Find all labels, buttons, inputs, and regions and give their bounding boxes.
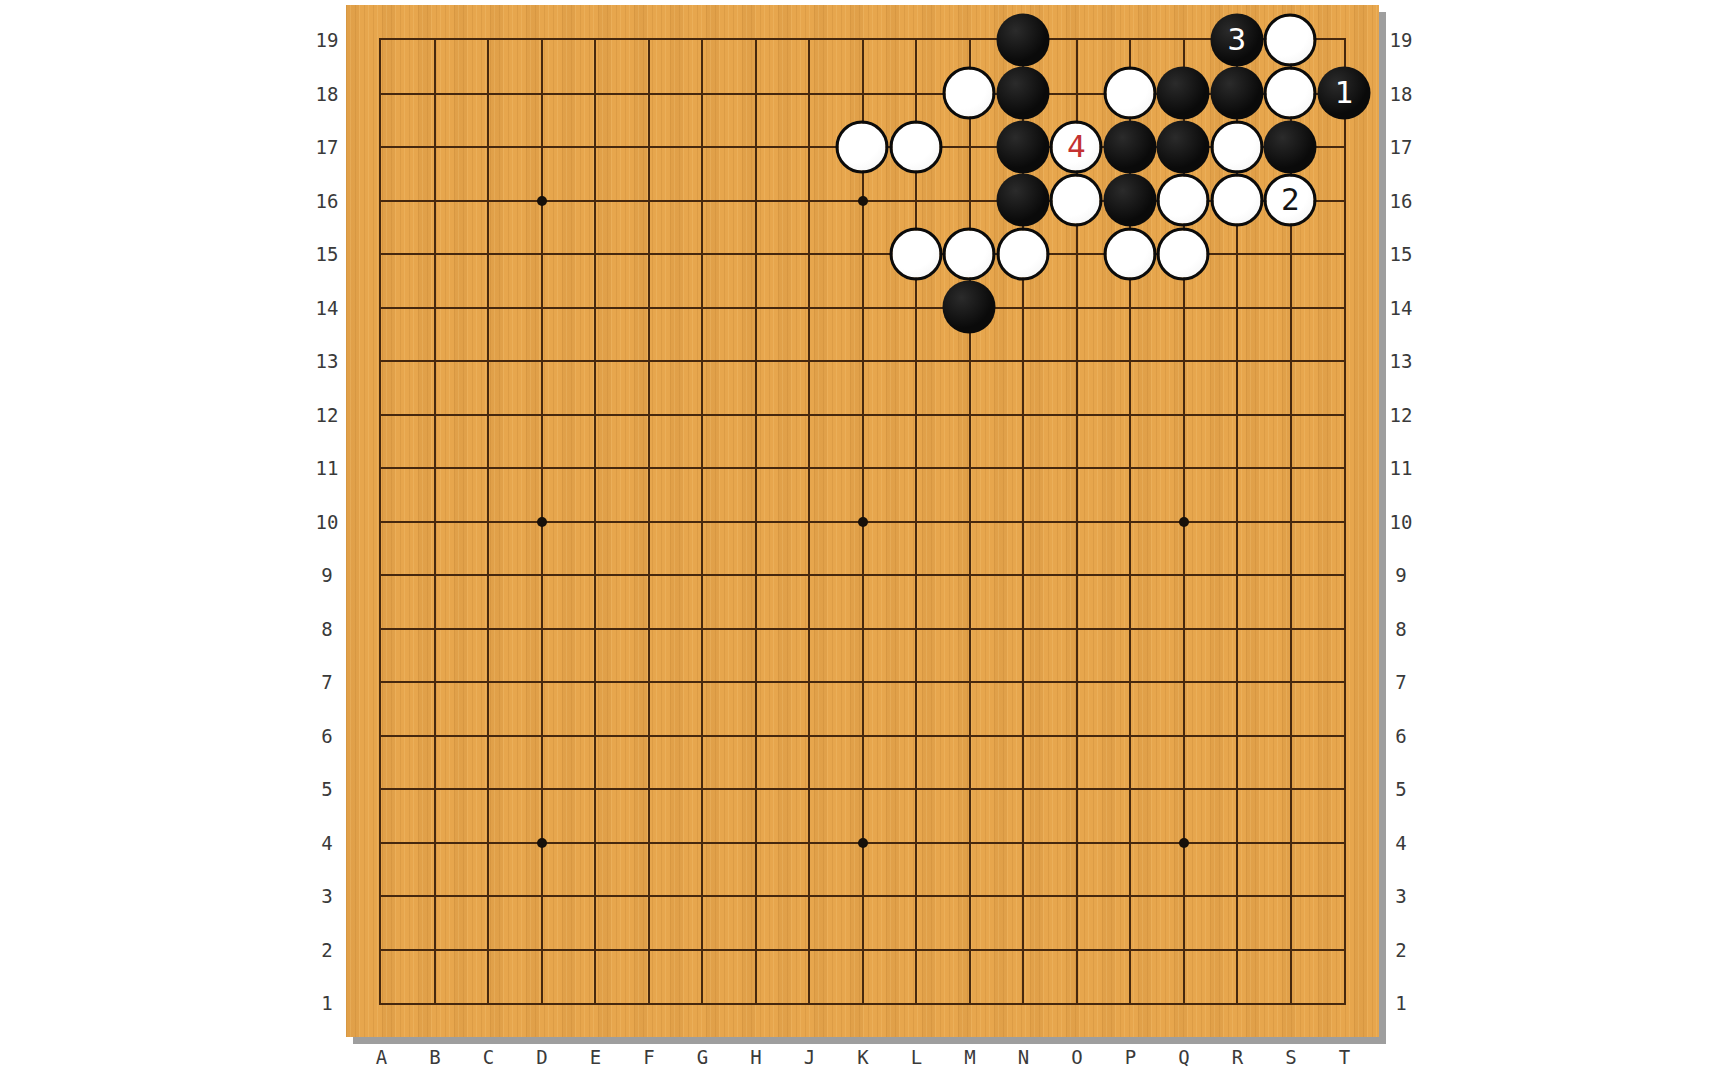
intersection-F12[interactable]	[622, 388, 676, 442]
intersection-A11[interactable]	[354, 441, 408, 495]
intersection-F7[interactable]	[622, 655, 676, 709]
intersection-M3[interactable]	[943, 869, 997, 923]
intersection-T9[interactable]	[1317, 548, 1371, 602]
intersection-R2[interactable]	[1210, 923, 1264, 977]
intersection-K15[interactable]	[836, 227, 890, 281]
intersection-E14[interactable]	[568, 281, 622, 335]
intersection-J11[interactable]	[782, 441, 836, 495]
stone-black-M14[interactable]	[943, 281, 996, 334]
intersection-Q17[interactable]	[1157, 120, 1211, 174]
intersection-O5[interactable]	[1050, 762, 1104, 816]
intersection-P19[interactable]	[1103, 13, 1157, 67]
intersection-H3[interactable]	[729, 869, 783, 923]
intersection-B17[interactable]	[408, 120, 462, 174]
intersection-R15[interactable]	[1210, 227, 1264, 281]
intersection-S18[interactable]	[1264, 67, 1318, 121]
intersection-N4[interactable]	[996, 816, 1050, 870]
stone-white-S19[interactable]	[1264, 13, 1317, 66]
intersection-M5[interactable]	[943, 762, 997, 816]
stone-white-L15[interactable]	[889, 227, 942, 280]
intersection-O1[interactable]	[1050, 976, 1104, 1030]
intersection-L17[interactable]	[889, 120, 943, 174]
intersection-N7[interactable]	[996, 655, 1050, 709]
intersection-C17[interactable]	[461, 120, 515, 174]
intersection-S15[interactable]	[1264, 227, 1318, 281]
intersection-D14[interactable]	[515, 281, 569, 335]
intersection-E12[interactable]	[568, 388, 622, 442]
intersection-J3[interactable]	[782, 869, 836, 923]
intersection-B8[interactable]	[408, 602, 462, 656]
intersection-P13[interactable]	[1103, 334, 1157, 388]
intersection-M7[interactable]	[943, 655, 997, 709]
intersection-M17[interactable]	[943, 120, 997, 174]
intersection-A4[interactable]	[354, 816, 408, 870]
intersection-J12[interactable]	[782, 388, 836, 442]
intersection-R9[interactable]	[1210, 548, 1264, 602]
intersection-A19[interactable]	[354, 13, 408, 67]
intersection-O14[interactable]	[1050, 281, 1104, 335]
intersection-F13[interactable]	[622, 334, 676, 388]
intersection-T14[interactable]	[1317, 281, 1371, 335]
intersection-R12[interactable]	[1210, 388, 1264, 442]
intersection-T18[interactable]: 1	[1317, 67, 1371, 121]
intersection-F2[interactable]	[622, 923, 676, 977]
intersection-N8[interactable]	[996, 602, 1050, 656]
stone-white-N15[interactable]	[996, 227, 1049, 280]
stone-white-Q16[interactable]	[1157, 174, 1210, 227]
intersection-C11[interactable]	[461, 441, 515, 495]
intersection-A15[interactable]	[354, 227, 408, 281]
intersection-R4[interactable]	[1210, 816, 1264, 870]
intersection-F5[interactable]	[622, 762, 676, 816]
intersection-O13[interactable]	[1050, 334, 1104, 388]
intersection-E18[interactable]	[568, 67, 622, 121]
intersection-O2[interactable]	[1050, 923, 1104, 977]
intersection-D5[interactable]	[515, 762, 569, 816]
intersection-N16[interactable]	[996, 174, 1050, 228]
intersection-K14[interactable]	[836, 281, 890, 335]
intersection-C6[interactable]	[461, 709, 515, 763]
intersection-A12[interactable]	[354, 388, 408, 442]
intersection-C19[interactable]	[461, 13, 515, 67]
intersection-M4[interactable]	[943, 816, 997, 870]
intersection-H5[interactable]	[729, 762, 783, 816]
intersection-B2[interactable]	[408, 923, 462, 977]
intersection-P4[interactable]	[1103, 816, 1157, 870]
intersection-P1[interactable]	[1103, 976, 1157, 1030]
intersection-E2[interactable]	[568, 923, 622, 977]
intersection-P17[interactable]	[1103, 120, 1157, 174]
intersection-S5[interactable]	[1264, 762, 1318, 816]
stone-white-S16[interactable]: 2	[1264, 174, 1317, 227]
intersection-M8[interactable]	[943, 602, 997, 656]
intersection-G9[interactable]	[675, 548, 729, 602]
intersection-J14[interactable]	[782, 281, 836, 335]
intersection-P18[interactable]	[1103, 67, 1157, 121]
intersection-L15[interactable]	[889, 227, 943, 281]
intersection-B12[interactable]	[408, 388, 462, 442]
intersection-D7[interactable]	[515, 655, 569, 709]
intersection-G19[interactable]	[675, 13, 729, 67]
intersection-O10[interactable]	[1050, 495, 1104, 549]
intersection-L4[interactable]	[889, 816, 943, 870]
intersection-G7[interactable]	[675, 655, 729, 709]
intersection-S7[interactable]	[1264, 655, 1318, 709]
intersection-R3[interactable]	[1210, 869, 1264, 923]
stone-black-N16[interactable]	[996, 174, 1049, 227]
intersection-C3[interactable]	[461, 869, 515, 923]
intersection-O16[interactable]	[1050, 174, 1104, 228]
intersection-P15[interactable]	[1103, 227, 1157, 281]
intersection-G18[interactable]	[675, 67, 729, 121]
intersection-Q11[interactable]	[1157, 441, 1211, 495]
intersection-H10[interactable]	[729, 495, 783, 549]
intersection-M14[interactable]	[943, 281, 997, 335]
intersection-F10[interactable]	[622, 495, 676, 549]
intersection-T8[interactable]	[1317, 602, 1371, 656]
intersection-G15[interactable]	[675, 227, 729, 281]
intersection-R1[interactable]	[1210, 976, 1264, 1030]
intersection-F1[interactable]	[622, 976, 676, 1030]
intersection-R10[interactable]	[1210, 495, 1264, 549]
intersection-M10[interactable]	[943, 495, 997, 549]
intersection-S9[interactable]	[1264, 548, 1318, 602]
intersection-G14[interactable]	[675, 281, 729, 335]
intersection-L13[interactable]	[889, 334, 943, 388]
intersection-H2[interactable]	[729, 923, 783, 977]
intersection-M2[interactable]	[943, 923, 997, 977]
intersection-A13[interactable]	[354, 334, 408, 388]
intersection-J6[interactable]	[782, 709, 836, 763]
intersection-H6[interactable]	[729, 709, 783, 763]
intersection-F3[interactable]	[622, 869, 676, 923]
intersection-S17[interactable]	[1264, 120, 1318, 174]
intersection-N12[interactable]	[996, 388, 1050, 442]
intersection-S13[interactable]	[1264, 334, 1318, 388]
intersection-T3[interactable]	[1317, 869, 1371, 923]
intersection-M16[interactable]	[943, 174, 997, 228]
intersection-M12[interactable]	[943, 388, 997, 442]
intersection-E16[interactable]	[568, 174, 622, 228]
intersection-O4[interactable]	[1050, 816, 1104, 870]
intersection-N17[interactable]	[996, 120, 1050, 174]
intersection-O9[interactable]	[1050, 548, 1104, 602]
intersection-O6[interactable]	[1050, 709, 1104, 763]
intersection-B3[interactable]	[408, 869, 462, 923]
intersection-C15[interactable]	[461, 227, 515, 281]
intersection-N5[interactable]	[996, 762, 1050, 816]
intersection-B14[interactable]	[408, 281, 462, 335]
intersection-P2[interactable]	[1103, 923, 1157, 977]
intersection-E11[interactable]	[568, 441, 622, 495]
intersection-F16[interactable]	[622, 174, 676, 228]
intersection-R5[interactable]	[1210, 762, 1264, 816]
intersection-R14[interactable]	[1210, 281, 1264, 335]
intersection-J4[interactable]	[782, 816, 836, 870]
intersection-O18[interactable]	[1050, 67, 1104, 121]
intersection-S3[interactable]	[1264, 869, 1318, 923]
intersection-C10[interactable]	[461, 495, 515, 549]
intersection-S12[interactable]	[1264, 388, 1318, 442]
intersection-T2[interactable]	[1317, 923, 1371, 977]
intersection-L18[interactable]	[889, 67, 943, 121]
intersection-K19[interactable]	[836, 13, 890, 67]
intersection-C13[interactable]	[461, 334, 515, 388]
intersection-A18[interactable]	[354, 67, 408, 121]
stone-white-P18[interactable]	[1103, 67, 1156, 120]
intersection-F4[interactable]	[622, 816, 676, 870]
intersection-B19[interactable]	[408, 13, 462, 67]
intersection-G16[interactable]	[675, 174, 729, 228]
intersection-S1[interactable]	[1264, 976, 1318, 1030]
intersection-F14[interactable]	[622, 281, 676, 335]
intersection-B9[interactable]	[408, 548, 462, 602]
intersection-A14[interactable]	[354, 281, 408, 335]
intersection-C1[interactable]	[461, 976, 515, 1030]
stone-white-M15[interactable]	[943, 227, 996, 280]
intersection-M13[interactable]	[943, 334, 997, 388]
intersection-S6[interactable]	[1264, 709, 1318, 763]
intersection-Q2[interactable]	[1157, 923, 1211, 977]
intersection-N13[interactable]	[996, 334, 1050, 388]
intersection-C14[interactable]	[461, 281, 515, 335]
intersection-K6[interactable]	[836, 709, 890, 763]
intersection-P12[interactable]	[1103, 388, 1157, 442]
intersection-L11[interactable]	[889, 441, 943, 495]
intersection-S16[interactable]: 2	[1264, 174, 1318, 228]
intersection-D12[interactable]	[515, 388, 569, 442]
intersection-F9[interactable]	[622, 548, 676, 602]
intersection-J13[interactable]	[782, 334, 836, 388]
intersection-N11[interactable]	[996, 441, 1050, 495]
intersection-D8[interactable]	[515, 602, 569, 656]
intersection-O8[interactable]	[1050, 602, 1104, 656]
intersection-H12[interactable]	[729, 388, 783, 442]
intersection-L7[interactable]	[889, 655, 943, 709]
intersection-L1[interactable]	[889, 976, 943, 1030]
intersection-B18[interactable]	[408, 67, 462, 121]
stone-black-N19[interactable]	[996, 13, 1049, 66]
stone-black-Q18[interactable]	[1157, 67, 1210, 120]
intersection-A10[interactable]	[354, 495, 408, 549]
intersection-D19[interactable]	[515, 13, 569, 67]
intersection-K1[interactable]	[836, 976, 890, 1030]
intersection-T17[interactable]	[1317, 120, 1371, 174]
intersection-C2[interactable]	[461, 923, 515, 977]
intersection-G6[interactable]	[675, 709, 729, 763]
intersection-L8[interactable]	[889, 602, 943, 656]
stone-white-Q15[interactable]	[1157, 227, 1210, 280]
intersection-O19[interactable]	[1050, 13, 1104, 67]
intersection-K17[interactable]	[836, 120, 890, 174]
intersection-H1[interactable]	[729, 976, 783, 1030]
intersection-M11[interactable]	[943, 441, 997, 495]
intersection-D3[interactable]	[515, 869, 569, 923]
intersection-K3[interactable]	[836, 869, 890, 923]
intersection-T16[interactable]	[1317, 174, 1371, 228]
intersection-O7[interactable]	[1050, 655, 1104, 709]
intersection-G11[interactable]	[675, 441, 729, 495]
intersection-D1[interactable]	[515, 976, 569, 1030]
intersection-K8[interactable]	[836, 602, 890, 656]
intersection-S11[interactable]	[1264, 441, 1318, 495]
intersection-P14[interactable]	[1103, 281, 1157, 335]
intersection-J9[interactable]	[782, 548, 836, 602]
stone-white-R16[interactable]	[1210, 174, 1263, 227]
intersection-A8[interactable]	[354, 602, 408, 656]
intersection-B7[interactable]	[408, 655, 462, 709]
stone-white-O17[interactable]: 4	[1050, 120, 1103, 173]
intersection-C4[interactable]	[461, 816, 515, 870]
intersection-C5[interactable]	[461, 762, 515, 816]
intersection-G3[interactable]	[675, 869, 729, 923]
intersection-L16[interactable]	[889, 174, 943, 228]
intersection-K9[interactable]	[836, 548, 890, 602]
intersection-S10[interactable]	[1264, 495, 1318, 549]
intersection-G17[interactable]	[675, 120, 729, 174]
stone-black-N17[interactable]	[996, 120, 1049, 173]
intersection-Q1[interactable]	[1157, 976, 1211, 1030]
intersection-G4[interactable]	[675, 816, 729, 870]
intersection-T5[interactable]	[1317, 762, 1371, 816]
intersection-E1[interactable]	[568, 976, 622, 1030]
intersection-G10[interactable]	[675, 495, 729, 549]
intersection-R13[interactable]	[1210, 334, 1264, 388]
stone-black-T18[interactable]: 1	[1317, 67, 1370, 120]
intersection-P8[interactable]	[1103, 602, 1157, 656]
stone-black-P16[interactable]	[1103, 174, 1156, 227]
intersection-E13[interactable]	[568, 334, 622, 388]
stone-black-R19[interactable]: 3	[1210, 13, 1263, 66]
intersection-J8[interactable]	[782, 602, 836, 656]
intersection-M9[interactable]	[943, 548, 997, 602]
intersection-T6[interactable]	[1317, 709, 1371, 763]
intersection-O12[interactable]	[1050, 388, 1104, 442]
intersection-T13[interactable]	[1317, 334, 1371, 388]
intersection-R19[interactable]: 3	[1210, 13, 1264, 67]
intersection-E17[interactable]	[568, 120, 622, 174]
intersection-N6[interactable]	[996, 709, 1050, 763]
intersection-H15[interactable]	[729, 227, 783, 281]
intersection-B15[interactable]	[408, 227, 462, 281]
intersection-T11[interactable]	[1317, 441, 1371, 495]
intersection-Q9[interactable]	[1157, 548, 1211, 602]
intersection-A2[interactable]	[354, 923, 408, 977]
intersection-C9[interactable]	[461, 548, 515, 602]
intersection-Q14[interactable]	[1157, 281, 1211, 335]
intersection-E5[interactable]	[568, 762, 622, 816]
intersection-H16[interactable]	[729, 174, 783, 228]
intersection-O15[interactable]	[1050, 227, 1104, 281]
intersection-B6[interactable]	[408, 709, 462, 763]
intersection-S4[interactable]	[1264, 816, 1318, 870]
intersection-C8[interactable]	[461, 602, 515, 656]
intersection-N1[interactable]	[996, 976, 1050, 1030]
intersection-P9[interactable]	[1103, 548, 1157, 602]
intersection-T19[interactable]	[1317, 13, 1371, 67]
stone-black-Q17[interactable]	[1157, 120, 1210, 173]
intersection-K5[interactable]	[836, 762, 890, 816]
intersection-G12[interactable]	[675, 388, 729, 442]
intersection-E9[interactable]	[568, 548, 622, 602]
intersection-E8[interactable]	[568, 602, 622, 656]
stone-black-P17[interactable]	[1103, 120, 1156, 173]
intersection-H17[interactable]	[729, 120, 783, 174]
intersection-R18[interactable]	[1210, 67, 1264, 121]
intersection-H4[interactable]	[729, 816, 783, 870]
intersection-N2[interactable]	[996, 923, 1050, 977]
intersection-J15[interactable]	[782, 227, 836, 281]
intersection-P3[interactable]	[1103, 869, 1157, 923]
intersection-G5[interactable]	[675, 762, 729, 816]
intersection-R11[interactable]	[1210, 441, 1264, 495]
intersection-N18[interactable]	[996, 67, 1050, 121]
intersection-M15[interactable]	[943, 227, 997, 281]
intersection-S14[interactable]	[1264, 281, 1318, 335]
intersection-D6[interactable]	[515, 709, 569, 763]
intersection-Q15[interactable]	[1157, 227, 1211, 281]
intersection-C16[interactable]	[461, 174, 515, 228]
intersection-A6[interactable]	[354, 709, 408, 763]
intersection-N9[interactable]	[996, 548, 1050, 602]
intersection-L9[interactable]	[889, 548, 943, 602]
intersection-O11[interactable]	[1050, 441, 1104, 495]
intersection-P16[interactable]	[1103, 174, 1157, 228]
intersection-Q6[interactable]	[1157, 709, 1211, 763]
stone-white-S18[interactable]	[1264, 67, 1317, 120]
intersection-Q7[interactable]	[1157, 655, 1211, 709]
stone-white-P15[interactable]	[1103, 227, 1156, 280]
intersection-L2[interactable]	[889, 923, 943, 977]
intersection-K12[interactable]	[836, 388, 890, 442]
intersection-F17[interactable]	[622, 120, 676, 174]
intersection-H14[interactable]	[729, 281, 783, 335]
intersection-R7[interactable]	[1210, 655, 1264, 709]
intersection-J17[interactable]	[782, 120, 836, 174]
intersection-A7[interactable]	[354, 655, 408, 709]
intersection-P5[interactable]	[1103, 762, 1157, 816]
intersection-G13[interactable]	[675, 334, 729, 388]
stone-white-M18[interactable]	[943, 67, 996, 120]
intersection-D2[interactable]	[515, 923, 569, 977]
intersection-Q13[interactable]	[1157, 334, 1211, 388]
intersection-H11[interactable]	[729, 441, 783, 495]
intersection-G2[interactable]	[675, 923, 729, 977]
intersection-H19[interactable]	[729, 13, 783, 67]
intersection-N15[interactable]	[996, 227, 1050, 281]
intersection-L6[interactable]	[889, 709, 943, 763]
intersection-S8[interactable]	[1264, 602, 1318, 656]
intersection-M19[interactable]	[943, 13, 997, 67]
intersection-J18[interactable]	[782, 67, 836, 121]
intersection-L19[interactable]	[889, 13, 943, 67]
intersection-P6[interactable]	[1103, 709, 1157, 763]
intersection-B11[interactable]	[408, 441, 462, 495]
stone-black-R18[interactable]	[1210, 67, 1263, 120]
intersection-K18[interactable]	[836, 67, 890, 121]
stone-white-K17[interactable]	[836, 120, 889, 173]
intersection-G1[interactable]	[675, 976, 729, 1030]
intersection-T10[interactable]	[1317, 495, 1371, 549]
stone-white-R17[interactable]	[1210, 120, 1263, 173]
intersection-E7[interactable]	[568, 655, 622, 709]
intersection-N10[interactable]	[996, 495, 1050, 549]
intersection-S2[interactable]	[1264, 923, 1318, 977]
intersection-T1[interactable]	[1317, 976, 1371, 1030]
intersection-A9[interactable]	[354, 548, 408, 602]
intersection-B10[interactable]	[408, 495, 462, 549]
stone-black-S17[interactable]	[1264, 120, 1317, 173]
